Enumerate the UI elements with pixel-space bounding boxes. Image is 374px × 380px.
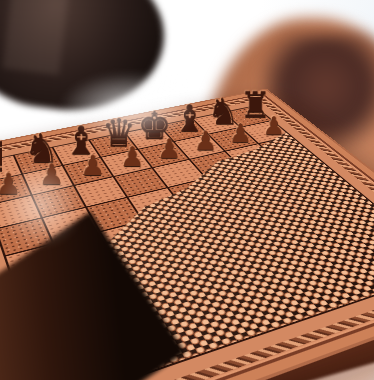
chess-piece-p: ♟: [120, 143, 145, 170]
chess-piece-p: ♟: [39, 160, 65, 189]
chess-piece-p: ♟: [229, 120, 252, 146]
chess-piece-p: ♟: [262, 113, 285, 138]
chess-piece-p: ♟: [80, 152, 105, 180]
chess-piece-p: ♟: [0, 169, 22, 198]
chess-piece-p: ♟: [158, 135, 182, 162]
chess-piece-p: ♟: [194, 128, 218, 154]
board-square: [0, 196, 40, 229]
photo-scene: ♜♞♝♛♚♝♞♜♟♟♟♟♟♟♟♟: [0, 0, 374, 380]
